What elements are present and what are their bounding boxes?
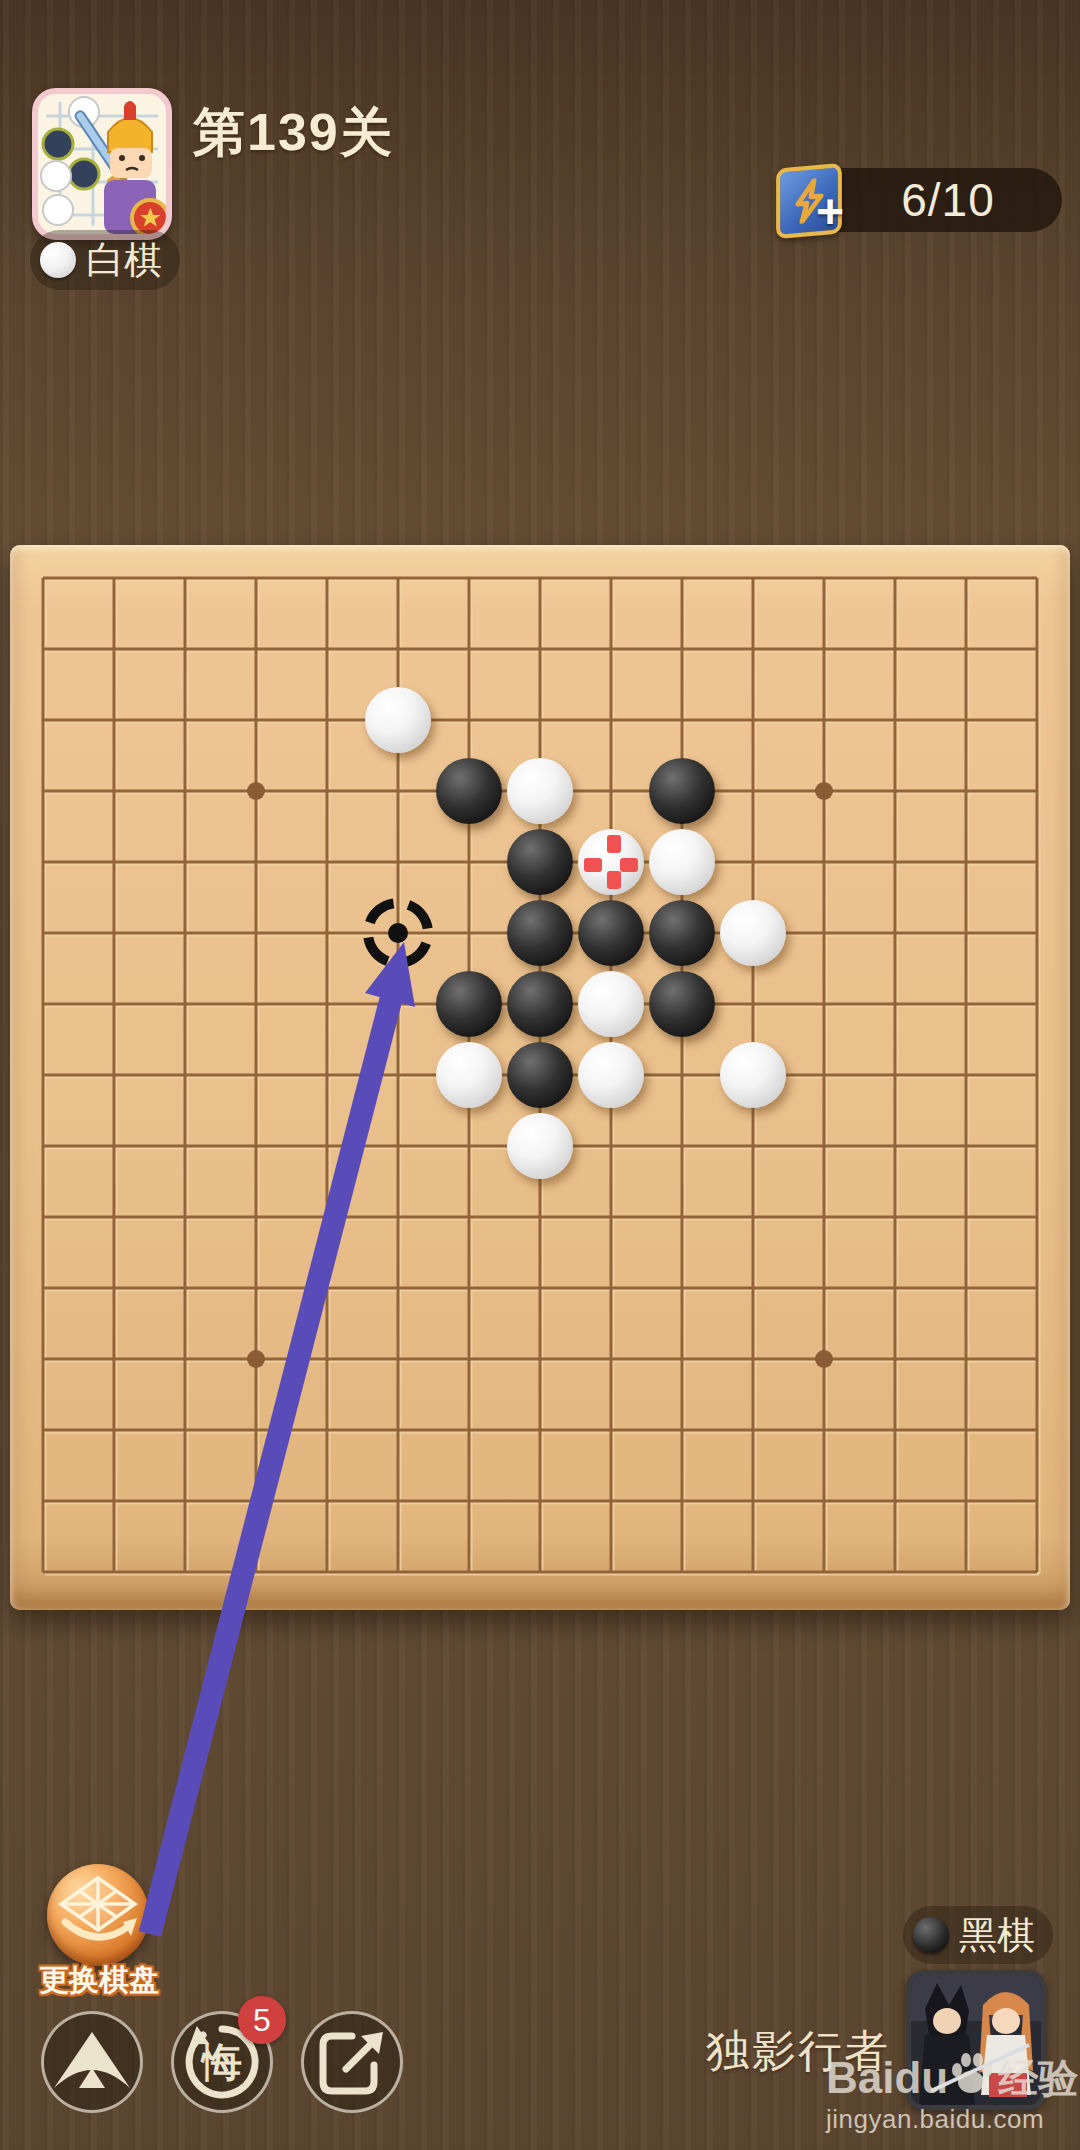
page-title: 第139关 [193,98,593,158]
white-stone [720,900,786,966]
white-side-text: 白棋 [86,235,162,286]
white-stone [365,687,431,753]
undo-count-badge: 5 [238,1996,286,2044]
change-board-sphere-icon [47,1864,149,1966]
baidu-logo: Baidu 经验 [826,2052,1078,2098]
white-stone [649,829,715,895]
baidu-jingyan-text: 经验 [998,2058,1078,2098]
black-stone [507,1042,573,1108]
black-stone [649,758,715,824]
black-stone [436,758,502,824]
share-icon [312,2022,392,2102]
black-side-text: 黑棋 [959,1910,1035,1961]
last-move-cross-icon [620,858,638,872]
board-rotate-icon [47,1864,149,1966]
white-stone [578,1042,644,1108]
hint-target-marker[interactable] [356,891,440,975]
baidu-paw-icon [950,2052,992,2096]
black-stone [649,900,715,966]
black-stone [507,829,573,895]
white-stone [578,971,644,1037]
black-stone [578,900,644,966]
white-side-label: 白棋 [30,230,180,290]
energy-plus-icon: + [816,188,864,236]
baidu-watermark: Baidu 经验 jingyan.baidu.com [826,2052,1078,2135]
undo-label: 悔 [202,2035,242,2090]
white-stone [436,1042,502,1108]
share-button[interactable] [301,2011,403,2113]
black-stone [507,971,573,1037]
mini-board-knight-icon [38,94,166,234]
black-stone [507,900,573,966]
menu-button[interactable] [41,2011,143,2113]
change-board-button[interactable]: 更换棋盘 [19,1864,179,2004]
white-stone [507,1113,573,1179]
last-move-cross-icon [607,835,621,853]
chevron-up-icon [47,2027,137,2097]
change-board-label: 更换棋盘 [19,1960,179,2001]
energy-count-text: 6/10 [901,173,995,227]
stones-layer [10,545,1070,1610]
white-stone [720,1042,786,1108]
black-stone-icon [913,1917,949,1953]
white-stone-icon [40,242,76,278]
gomoku-board[interactable] [10,545,1070,1610]
level-thumbnail [32,88,172,240]
white-stone-last-move [578,829,644,895]
last-move-cross-icon [584,858,602,872]
watermark-url: jingyan.baidu.com [826,2104,1078,2135]
black-stone [436,971,502,1037]
black-side-label: 黑棋 [903,1906,1053,1964]
baidu-logo-text: Baidu [826,2058,948,2098]
black-stone [649,971,715,1037]
last-move-cross-icon [607,871,621,889]
white-stone [507,758,573,824]
